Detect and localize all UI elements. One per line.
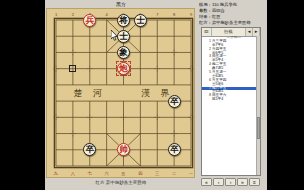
nav-button[interactable]: »	[237, 178, 248, 186]
scrollbar-thumb[interactable]	[257, 117, 260, 139]
move-list: —开始—1兵三平四卒7平62兵四平五卒6平53帅五进一卒5平44炮二平五象7进5…	[202, 36, 256, 175]
mouse-cursor	[111, 30, 119, 41]
move-round	[202, 98, 212, 102]
svg-text:7: 7	[156, 12, 159, 17]
svg-text:五: 五	[121, 171, 126, 176]
nav-button[interactable]: ‹	[213, 178, 224, 186]
board-area: 黑方 楚 河漢 界123456789九八七六五四三二一 兵将士士象炮卒卒帅卒 红…	[45, 0, 197, 190]
scroll-up-button[interactable]: ◄	[246, 28, 253, 36]
screenshot-root: { "game": "xiangqi", "app": { "top_label…	[0, 0, 304, 190]
round-column-header: 回	[202, 28, 212, 36]
navigation-buttons: «‹›»≡	[201, 178, 263, 186]
scroll-down-button[interactable]: ►	[253, 28, 260, 36]
xiangqi-piece-象[interactable]: 象	[117, 46, 130, 59]
nav-button[interactable]: ›	[225, 178, 236, 186]
svg-text:4: 4	[106, 12, 109, 17]
red-side-caption: 红方 弃中炮妙杀主变胜格	[45, 180, 197, 186]
xiangqi-piece-将[interactable]: 将	[117, 14, 130, 27]
svg-text:三: 三	[155, 171, 160, 176]
black-side-label: 黑方	[45, 0, 197, 8]
svg-text:1: 1	[55, 12, 58, 17]
right-panel: 棋局：110 炮兵争先着数：四回合结果：红胜红方：弃中炮妙杀主变胜格 回 行棋 …	[197, 0, 266, 190]
xiangqi-piece-士[interactable]: 士	[134, 14, 147, 27]
move-text: 将5平4	[212, 98, 256, 102]
svg-text:楚 河: 楚 河	[74, 88, 106, 98]
svg-text:八: 八	[71, 171, 76, 177]
move-list-scrollbar[interactable]	[256, 36, 260, 175]
svg-text:六: 六	[104, 171, 109, 176]
app-window: 黑方 楚 河漢 界123456789九八七六五四三二一 兵将士士象炮卒卒帅卒 红…	[45, 0, 267, 190]
last-move-origin-marker	[69, 65, 76, 72]
svg-text:2: 2	[72, 12, 75, 17]
move-list-box: 回 行棋 ◄ ► —开始—1兵三平四卒7平62兵四平五卒6平53帅五进一卒5平4…	[201, 27, 261, 176]
xiangqi-piece-卒[interactable]: 卒	[168, 143, 181, 156]
info-line: 红方：弃中炮妙杀主变胜格	[199, 20, 264, 26]
svg-text:一: 一	[189, 171, 194, 176]
xiangqi-piece-卒[interactable]: 卒	[168, 95, 181, 108]
xiangqi-piece-兵[interactable]: 兵	[83, 14, 96, 27]
svg-text:七: 七	[88, 170, 93, 176]
svg-text:8: 8	[173, 12, 176, 17]
svg-text:9: 9	[190, 12, 193, 17]
selected-piece-marker	[116, 61, 131, 76]
move-column-header: 行棋	[212, 28, 246, 36]
svg-text:四: 四	[138, 171, 142, 176]
svg-text:九: 九	[54, 171, 59, 176]
game-info: 棋局：110 炮兵争先着数：四回合结果：红胜红方：弃中炮妙杀主变胜格	[199, 2, 264, 26]
nav-button[interactable]: «	[201, 178, 212, 186]
nav-button[interactable]: ≡	[249, 178, 260, 186]
svg-text:二: 二	[172, 171, 177, 176]
move-row[interactable]: 将5平4	[202, 98, 256, 102]
